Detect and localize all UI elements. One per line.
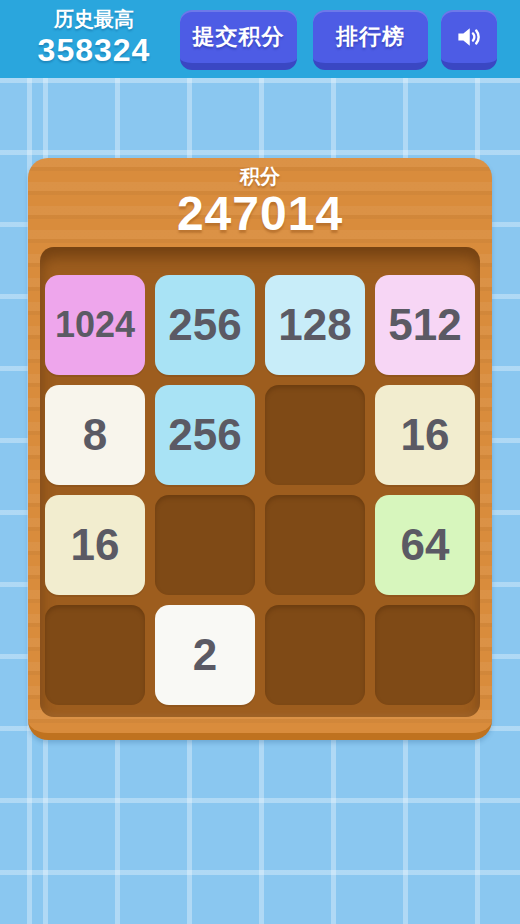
score-value: 247014 [28, 188, 492, 240]
top-bar: 历史最高 358324 提交积分 排行榜 [0, 0, 520, 78]
empty-cell [265, 605, 365, 705]
tile-grid[interactable]: 102425612851282561616642 [45, 275, 475, 705]
tile-8: 8 [45, 385, 145, 485]
tile-16: 16 [45, 495, 145, 595]
tile-64: 64 [375, 495, 475, 595]
sound-button[interactable] [441, 10, 497, 70]
app-screen: 历史最高 358324 提交积分 排行榜 积分 247014 102425612… [0, 0, 520, 924]
tile-16: 16 [375, 385, 475, 485]
leaderboard-button[interactable]: 排行榜 [313, 10, 428, 70]
best-score-value: 358324 [8, 32, 180, 68]
empty-cell [265, 495, 365, 595]
empty-cell [265, 385, 365, 485]
game-board: 积分 247014 102425612851282561616642 [28, 158, 492, 740]
empty-cell [155, 495, 255, 595]
score-panel: 积分 247014 [28, 158, 492, 240]
tile-pit[interactable]: 102425612851282561616642 [40, 247, 480, 717]
submit-score-button[interactable]: 提交积分 [180, 10, 297, 70]
tile-1024: 1024 [45, 275, 145, 375]
tile-512: 512 [375, 275, 475, 375]
empty-cell [45, 605, 145, 705]
speaker-icon [454, 22, 484, 52]
empty-cell [375, 605, 475, 705]
score-label: 积分 [28, 164, 492, 188]
tile-256: 256 [155, 385, 255, 485]
tile-256: 256 [155, 275, 255, 375]
tile-2: 2 [155, 605, 255, 705]
best-score-block: 历史最高 358324 [8, 7, 180, 68]
best-score-label: 历史最高 [8, 7, 180, 32]
tile-128: 128 [265, 275, 365, 375]
